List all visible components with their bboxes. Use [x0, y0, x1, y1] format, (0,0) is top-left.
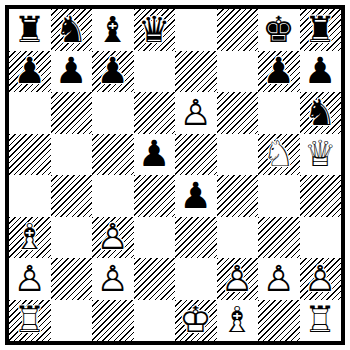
square-g5[interactable]: ♞♘: [258, 134, 300, 176]
white-pawn[interactable]: ♟♙: [258, 258, 300, 300]
white-rook[interactable]: ♜♖: [9, 300, 51, 342]
square-f7[interactable]: [217, 51, 259, 93]
square-c2[interactable]: ♟♙: [92, 258, 134, 300]
square-g6[interactable]: [258, 92, 300, 134]
white-bishop-glyph: ♗: [9, 217, 51, 259]
white-pawn-glyph: ♙: [92, 217, 134, 259]
square-b6[interactable]: [51, 92, 93, 134]
square-f5[interactable]: [217, 134, 259, 176]
black-pawn[interactable]: ♟♟: [300, 51, 342, 93]
square-g8[interactable]: ♚♚: [258, 9, 300, 51]
square-e5[interactable]: [175, 134, 217, 176]
square-e1[interactable]: ♚♔: [175, 300, 217, 342]
square-a6[interactable]: [9, 92, 51, 134]
square-g7[interactable]: ♟♟: [258, 51, 300, 93]
white-pawn[interactable]: ♟♙: [175, 92, 217, 134]
white-king[interactable]: ♚♔: [175, 300, 217, 342]
black-rook[interactable]: ♜♜: [300, 9, 342, 51]
white-pawn[interactable]: ♟♙: [9, 258, 51, 300]
black-bishop-glyph: ♝: [92, 9, 134, 51]
square-d1[interactable]: [134, 300, 176, 342]
black-bishop[interactable]: ♝♝: [92, 9, 134, 51]
black-knight-glyph: ♞: [300, 92, 342, 134]
square-h8[interactable]: ♜♜: [300, 9, 342, 51]
square-b7[interactable]: ♟♟: [51, 51, 93, 93]
square-b4[interactable]: [51, 175, 93, 217]
white-pawn-glyph: ♙: [92, 258, 134, 300]
chess-board-frame: ♜♜♞♞♝♝♛♛♚♚♜♜♟♟♟♟♟♟♟♟♟♟♟♙♞♞♟♟♞♘♛♕♟♟♝♗♟♙♟♙…: [5, 5, 345, 345]
white-bishop[interactable]: ♝♗: [217, 300, 259, 342]
black-pawn[interactable]: ♟♟: [258, 51, 300, 93]
square-g4[interactable]: [258, 175, 300, 217]
square-d8[interactable]: ♛♛: [134, 9, 176, 51]
white-rook-glyph: ♖: [9, 300, 51, 342]
square-a5[interactable]: [9, 134, 51, 176]
black-pawn-glyph: ♟: [258, 51, 300, 93]
square-f8[interactable]: [217, 9, 259, 51]
white-rook-glyph: ♖: [300, 300, 342, 342]
white-pawn[interactable]: ♟♙: [92, 258, 134, 300]
square-e3[interactable]: [175, 217, 217, 259]
square-h6[interactable]: ♞♞: [300, 92, 342, 134]
square-d6[interactable]: [134, 92, 176, 134]
black-knight-glyph: ♞: [51, 9, 93, 51]
white-queen-glyph: ♕: [300, 134, 342, 176]
square-d4[interactable]: [134, 175, 176, 217]
square-e4[interactable]: ♟♟: [175, 175, 217, 217]
square-a8[interactable]: ♜♜: [9, 9, 51, 51]
black-knight[interactable]: ♞♞: [51, 9, 93, 51]
white-knight[interactable]: ♞♘: [258, 134, 300, 176]
square-c4[interactable]: [92, 175, 134, 217]
black-pawn-glyph: ♟: [51, 51, 93, 93]
black-king[interactable]: ♚♚: [258, 9, 300, 51]
black-pawn-glyph: ♟: [175, 175, 217, 217]
square-d2[interactable]: [134, 258, 176, 300]
black-rook[interactable]: ♜♜: [9, 9, 51, 51]
square-f6[interactable]: [217, 92, 259, 134]
white-rook[interactable]: ♜♖: [300, 300, 342, 342]
square-b3[interactable]: [51, 217, 93, 259]
square-d7[interactable]: [134, 51, 176, 93]
square-e6[interactable]: ♟♙: [175, 92, 217, 134]
square-a3[interactable]: ♝♗: [9, 217, 51, 259]
white-queen[interactable]: ♛♕: [300, 134, 342, 176]
black-pawn-glyph: ♟: [300, 51, 342, 93]
square-b5[interactable]: [51, 134, 93, 176]
square-b2[interactable]: [51, 258, 93, 300]
black-pawn[interactable]: ♟♟: [134, 134, 176, 176]
black-king-glyph: ♚: [258, 9, 300, 51]
square-b8[interactable]: ♞♞: [51, 9, 93, 51]
white-pawn[interactable]: ♟♙: [300, 258, 342, 300]
square-h3[interactable]: [300, 217, 342, 259]
white-pawn[interactable]: ♟♙: [217, 258, 259, 300]
white-pawn[interactable]: ♟♙: [92, 217, 134, 259]
black-pawn[interactable]: ♟♟: [92, 51, 134, 93]
white-pawn-glyph: ♙: [9, 258, 51, 300]
white-king-glyph: ♔: [175, 300, 217, 342]
square-c7[interactable]: ♟♟: [92, 51, 134, 93]
black-queen[interactable]: ♛♛: [134, 9, 176, 51]
black-queen-glyph: ♛: [134, 9, 176, 51]
square-d5[interactable]: ♟♟: [134, 134, 176, 176]
square-a2[interactable]: ♟♙: [9, 258, 51, 300]
square-c8[interactable]: ♝♝: [92, 9, 134, 51]
square-c5[interactable]: [92, 134, 134, 176]
square-f2[interactable]: ♟♙: [217, 258, 259, 300]
square-h7[interactable]: ♟♟: [300, 51, 342, 93]
black-pawn[interactable]: ♟♟: [175, 175, 217, 217]
square-b1[interactable]: [51, 300, 93, 342]
black-pawn[interactable]: ♟♟: [9, 51, 51, 93]
square-h5[interactable]: ♛♕: [300, 134, 342, 176]
square-d3[interactable]: [134, 217, 176, 259]
square-g1[interactable]: [258, 300, 300, 342]
square-g3[interactable]: [258, 217, 300, 259]
square-h1[interactable]: ♜♖: [300, 300, 342, 342]
white-pawn-glyph: ♙: [175, 92, 217, 134]
square-g2[interactable]: ♟♙: [258, 258, 300, 300]
black-rook-glyph: ♜: [9, 9, 51, 51]
square-f1[interactable]: ♝♗: [217, 300, 259, 342]
square-a7[interactable]: ♟♟: [9, 51, 51, 93]
square-f3[interactable]: [217, 217, 259, 259]
square-c6[interactable]: [92, 92, 134, 134]
black-pawn-glyph: ♟: [92, 51, 134, 93]
black-pawn-glyph: ♟: [9, 51, 51, 93]
white-pawn-glyph: ♙: [300, 258, 342, 300]
black-rook-glyph: ♜: [300, 9, 342, 51]
black-pawn[interactable]: ♟♟: [51, 51, 93, 93]
square-c3[interactable]: ♟♙: [92, 217, 134, 259]
white-knight-glyph: ♘: [258, 134, 300, 176]
square-h2[interactable]: ♟♙: [300, 258, 342, 300]
square-e8[interactable]: [175, 9, 217, 51]
black-knight[interactable]: ♞♞: [300, 92, 342, 134]
square-a4[interactable]: [9, 175, 51, 217]
square-h4[interactable]: [300, 175, 342, 217]
square-a1[interactable]: ♜♖: [9, 300, 51, 342]
white-bishop-glyph: ♗: [217, 300, 259, 342]
white-pawn-glyph: ♙: [258, 258, 300, 300]
chess-board: ♜♜♞♞♝♝♛♛♚♚♜♜♟♟♟♟♟♟♟♟♟♟♟♙♞♞♟♟♞♘♛♕♟♟♝♗♟♙♟♙…: [9, 9, 341, 341]
square-c1[interactable]: [92, 300, 134, 342]
square-f4[interactable]: [217, 175, 259, 217]
white-pawn-glyph: ♙: [217, 258, 259, 300]
white-bishop[interactable]: ♝♗: [9, 217, 51, 259]
black-pawn-glyph: ♟: [134, 134, 176, 176]
square-e7[interactable]: [175, 51, 217, 93]
square-e2[interactable]: [175, 258, 217, 300]
